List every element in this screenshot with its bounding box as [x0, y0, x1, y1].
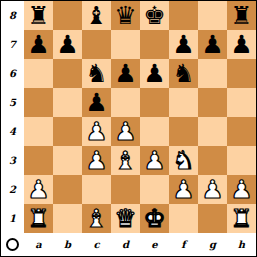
file-label-e: e: [140, 239, 169, 250]
file-label-a: a: [24, 239, 53, 250]
square-g5[interactable]: [198, 88, 227, 117]
chess-board: ♜♝♛♚♜♟♟♟♟♟♞♟♟♞♟♟♟♟♝♟♞♟♟♟♟♜♝♛♚♜: [24, 1, 256, 233]
square-b1[interactable]: [53, 204, 82, 233]
black-knight: ♞: [85, 59, 107, 88]
white-rook: ♜: [27, 204, 49, 233]
square-c6[interactable]: ♞: [82, 59, 111, 88]
file-label-g: g: [198, 239, 227, 250]
black-knight: ♞: [172, 59, 194, 88]
bottom-strip: abcdefgh: [1, 233, 256, 255]
square-d6[interactable]: ♟: [111, 59, 140, 88]
file-label-h: h: [227, 239, 256, 250]
square-e8[interactable]: ♚: [140, 1, 169, 30]
square-d4[interactable]: ♟: [111, 117, 140, 146]
square-h2[interactable]: ♟: [227, 175, 256, 204]
square-e5[interactable]: [140, 88, 169, 117]
square-b5[interactable]: [53, 88, 82, 117]
rank-label-2: 2: [1, 175, 24, 204]
rank-label-7: 7: [1, 30, 24, 59]
square-h5[interactable]: [227, 88, 256, 117]
square-f1[interactable]: [169, 204, 198, 233]
square-g3[interactable]: [198, 146, 227, 175]
square-c4[interactable]: ♟: [82, 117, 111, 146]
black-rook: ♜: [230, 1, 252, 30]
white-queen: ♛: [114, 204, 136, 233]
square-b3[interactable]: [53, 146, 82, 175]
rank-label-6: 6: [1, 59, 24, 88]
rank-label-4: 4: [1, 117, 24, 146]
square-h7[interactable]: ♟: [227, 30, 256, 59]
white-pawn: ♟: [201, 175, 223, 204]
square-c3[interactable]: ♟: [82, 146, 111, 175]
white-pawn: ♟: [27, 175, 49, 204]
file-label-c: c: [82, 239, 111, 250]
board-area: 87654321 ♜♝♛♚♜♟♟♟♟♟♞♟♟♞♟♟♟♟♝♟♞♟♟♟♟♜♝♛♚♜: [1, 1, 256, 233]
square-e2[interactable]: [140, 175, 169, 204]
square-a2[interactable]: ♟: [24, 175, 53, 204]
white-bishop: ♝: [114, 146, 136, 175]
square-a5[interactable]: [24, 88, 53, 117]
square-g4[interactable]: [198, 117, 227, 146]
square-g6[interactable]: [198, 59, 227, 88]
square-d3[interactable]: ♝: [111, 146, 140, 175]
black-pawn: ♟: [201, 30, 223, 59]
square-h3[interactable]: [227, 146, 256, 175]
square-a7[interactable]: ♟: [24, 30, 53, 59]
square-b2[interactable]: [53, 175, 82, 204]
white-rook: ♜: [230, 204, 252, 233]
square-h8[interactable]: ♜: [227, 1, 256, 30]
square-g1[interactable]: [198, 204, 227, 233]
black-pawn: ♟: [56, 30, 78, 59]
black-pawn: ♟: [143, 59, 165, 88]
square-d2[interactable]: [111, 175, 140, 204]
white-pawn: ♟: [172, 175, 194, 204]
black-king: ♚: [143, 1, 165, 30]
black-rook: ♜: [27, 1, 49, 30]
square-a4[interactable]: [24, 117, 53, 146]
square-b8[interactable]: [53, 1, 82, 30]
file-labels: abcdefgh: [24, 239, 256, 250]
side-to-move-indicator: [1, 238, 24, 251]
square-a1[interactable]: ♜: [24, 204, 53, 233]
white-knight: ♞: [172, 146, 194, 175]
rank-label-3: 3: [1, 146, 24, 175]
square-h1[interactable]: ♜: [227, 204, 256, 233]
square-a3[interactable]: [24, 146, 53, 175]
black-pawn: ♟: [27, 30, 49, 59]
white-king: ♚: [143, 204, 165, 233]
square-a6[interactable]: [24, 59, 53, 88]
square-f8[interactable]: [169, 1, 198, 30]
white-to-move-circle-icon: [6, 238, 19, 251]
black-bishop: ♝: [85, 1, 107, 30]
square-e3[interactable]: ♟: [140, 146, 169, 175]
white-pawn: ♟: [85, 146, 107, 175]
white-pawn: ♟: [143, 146, 165, 175]
square-h4[interactable]: [227, 117, 256, 146]
square-d7[interactable]: [111, 30, 140, 59]
square-b4[interactable]: [53, 117, 82, 146]
square-c5[interactable]: ♟: [82, 88, 111, 117]
square-c8[interactable]: ♝: [82, 1, 111, 30]
black-pawn: ♟: [85, 88, 107, 117]
file-label-b: b: [53, 239, 82, 250]
rank-labels: 87654321: [1, 1, 24, 233]
square-f3[interactable]: ♞: [169, 146, 198, 175]
square-g2[interactable]: ♟: [198, 175, 227, 204]
square-g7[interactable]: ♟: [198, 30, 227, 59]
square-c2[interactable]: [82, 175, 111, 204]
square-c1[interactable]: ♝: [82, 204, 111, 233]
black-pawn: ♟: [114, 59, 136, 88]
square-a8[interactable]: ♜: [24, 1, 53, 30]
square-g8[interactable]: [198, 1, 227, 30]
square-e4[interactable]: [140, 117, 169, 146]
square-b7[interactable]: ♟: [53, 30, 82, 59]
square-f4[interactable]: [169, 117, 198, 146]
black-queen: ♛: [114, 1, 136, 30]
file-label-d: d: [111, 239, 140, 250]
rank-label-5: 5: [1, 88, 24, 117]
black-pawn: ♟: [230, 30, 252, 59]
rank-label-8: 8: [1, 1, 24, 30]
square-f6[interactable]: ♞: [169, 59, 198, 88]
chess-diagram: 87654321 ♜♝♛♚♜♟♟♟♟♟♞♟♟♞♟♟♟♟♝♟♞♟♟♟♟♜♝♛♚♜ …: [0, 0, 257, 257]
square-e1[interactable]: ♚: [140, 204, 169, 233]
square-b6[interactable]: [53, 59, 82, 88]
black-pawn: ♟: [172, 30, 194, 59]
white-pawn: ♟: [114, 117, 136, 146]
rank-label-1: 1: [1, 204, 24, 233]
square-f7[interactable]: ♟: [169, 30, 198, 59]
square-h6[interactable]: [227, 59, 256, 88]
square-c7[interactable]: [82, 30, 111, 59]
white-bishop: ♝: [85, 204, 107, 233]
square-e6[interactable]: ♟: [140, 59, 169, 88]
square-d5[interactable]: [111, 88, 140, 117]
white-pawn: ♟: [85, 117, 107, 146]
square-d1[interactable]: ♛: [111, 204, 140, 233]
square-f2[interactable]: ♟: [169, 175, 198, 204]
file-label-f: f: [169, 239, 198, 250]
white-pawn: ♟: [230, 175, 252, 204]
square-e7[interactable]: [140, 30, 169, 59]
square-d8[interactable]: ♛: [111, 1, 140, 30]
square-f5[interactable]: [169, 88, 198, 117]
